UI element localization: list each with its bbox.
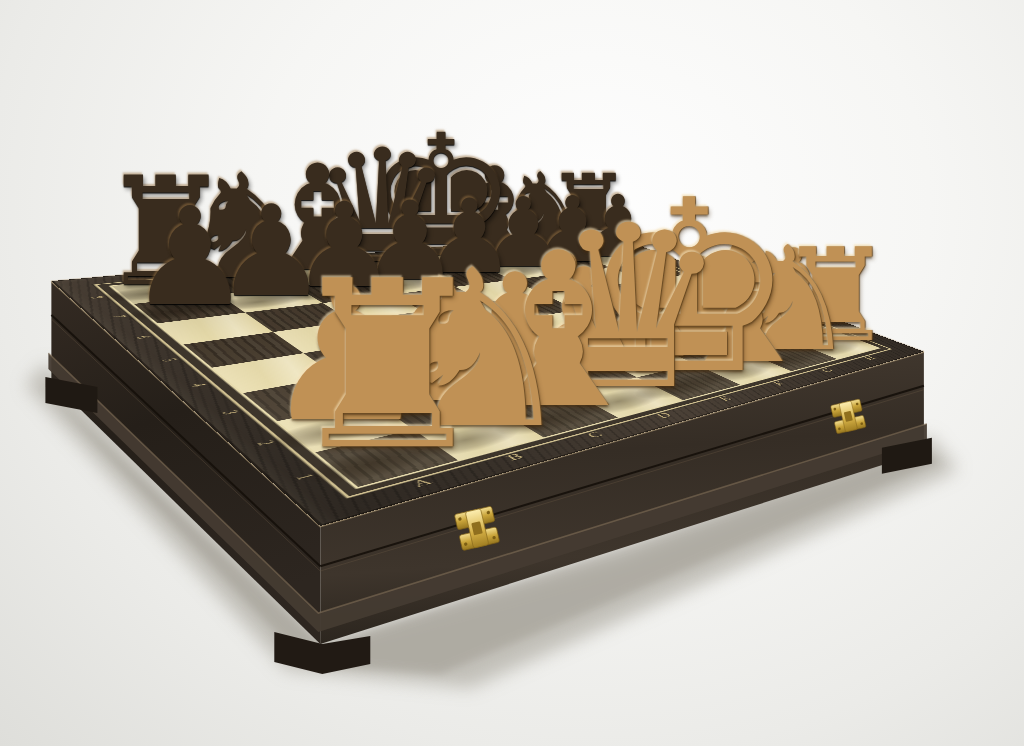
rank-label-3-left: 3: [217, 409, 243, 416]
rank-label-5-left: 5: [157, 357, 181, 362]
brass-latch: [454, 506, 499, 551]
rank-label-4-left: 4: [186, 382, 211, 388]
chess-set-photo: ABCDEFGH1122334455667788 ♜♞♝♛♚♝♞♜♟♟♟♟♟♟♟…: [0, 0, 1024, 746]
brass-latch: [830, 399, 866, 434]
white-rook-a1[interactable]: ♜: [284, 252, 492, 484]
rank-label-6-left: 6: [131, 335, 154, 340]
black-pawn-a7[interactable]: ♟: [129, 189, 251, 325]
